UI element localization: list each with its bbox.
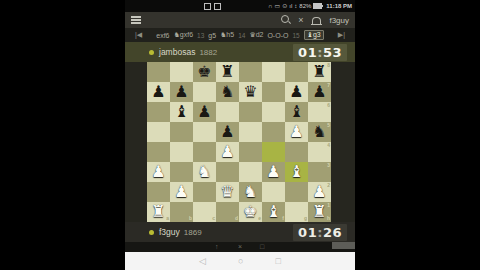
chess-board: ♚♜♜8♟♟♞♛♟♟7♝♟♝6♟♟♞5♟4♟♞♟♝3♟♛♞♟2♜abcd♚e♝f… [147, 62, 331, 222]
bottom-player-rating: 1869 [184, 228, 202, 237]
bottom-player-clock: 01:26 [293, 224, 347, 241]
square-h3[interactable]: 3 [308, 162, 331, 182]
online-dot [149, 50, 154, 55]
square-c3[interactable]: ♞ [193, 162, 216, 182]
bottom-action-strip: ↑ × □ [125, 242, 355, 252]
white-knight-e2: ♞ [239, 182, 262, 202]
file-coordinate: g [304, 216, 307, 221]
move-list: exf6♞gxf613g5♞h514♛d2O-O-O15♝g3 [142, 30, 338, 40]
square-c4[interactable] [193, 142, 216, 162]
square-b3[interactable] [170, 162, 193, 182]
square-h4[interactable]: 4 [308, 142, 331, 162]
android-status-bar: ∩ ▭ ⊙ ıl ↕ 82% 11:18 PM [125, 0, 355, 12]
black-bishop-g6: ♝ [285, 102, 308, 122]
data-arrows-icon: ↕ [294, 3, 297, 9]
square-f6[interactable] [262, 102, 285, 122]
square-h1[interactable]: ♜1h [308, 202, 331, 222]
move-number: 15 [292, 32, 299, 39]
square-h2[interactable]: ♟2 [308, 182, 331, 202]
rank-coordinate: 7 [327, 83, 330, 88]
white-knight-c3: ♞ [193, 162, 216, 182]
square-d8[interactable]: ♜ [216, 62, 239, 82]
black-rook-d8: ♜ [216, 62, 239, 82]
square-e3[interactable] [239, 162, 262, 182]
black-pawn-b7: ♟ [170, 82, 193, 102]
rank-coordinate: 3 [327, 163, 330, 168]
square-a1[interactable]: ♜a [147, 202, 170, 222]
bell-icon[interactable] [312, 15, 321, 25]
menu-icon[interactable] [131, 16, 141, 24]
rank-coordinate: 6 [327, 103, 330, 108]
close-icon[interactable]: × [298, 15, 303, 25]
battery-icon [313, 3, 322, 9]
android-nav-bar: ◁ ○ □ [125, 252, 355, 270]
square-f2[interactable] [262, 182, 285, 202]
bottom-player-name: f3guy [159, 227, 180, 237]
status-time: 11:18 PM [326, 3, 352, 9]
online-dot [149, 230, 154, 235]
black-pawn-d5: ♟ [216, 122, 239, 142]
square-b8[interactable] [170, 62, 193, 82]
square-d7[interactable]: ♞ [216, 82, 239, 102]
square-d5[interactable]: ♟ [216, 122, 239, 142]
square-a3[interactable]: ♟ [147, 162, 170, 182]
header-username[interactable]: f3guy [329, 16, 349, 25]
square-d4[interactable]: ♟ [216, 142, 239, 162]
square-f5[interactable] [262, 122, 285, 142]
black-knight-d7: ♞ [216, 82, 239, 102]
square-e5[interactable] [239, 122, 262, 142]
file-coordinate: f [282, 216, 284, 221]
square-g2[interactable] [285, 182, 308, 202]
top-player-rating: 1882 [199, 48, 217, 57]
file-coordinate: b [189, 216, 192, 221]
back-button[interactable]: ◁ [199, 256, 206, 266]
last-move-button[interactable]: ▶| [338, 31, 345, 39]
square-f7[interactable] [262, 82, 285, 102]
signal-icon: ıl [289, 3, 292, 9]
square-d1[interactable]: d [216, 202, 239, 222]
square-c8[interactable]: ♚ [193, 62, 216, 82]
square-c2[interactable] [193, 182, 216, 202]
battery-percent: 82% [299, 3, 311, 9]
square-a4[interactable] [147, 142, 170, 162]
square-c7[interactable] [193, 82, 216, 102]
square-c5[interactable] [193, 122, 216, 142]
square-e6[interactable] [239, 102, 262, 122]
black-pawn-c6: ♟ [193, 102, 216, 122]
move[interactable]: O-O-O [267, 32, 288, 39]
first-move-button[interactable]: |◀ [135, 31, 142, 39]
square-b2[interactable]: ♟ [170, 182, 193, 202]
white-pawn-g5: ♟ [285, 122, 308, 142]
rank-coordinate: 8 [327, 63, 330, 68]
file-coordinate: d [235, 216, 238, 221]
board-area: ♚♜♜8♟♟♞♛♟♟7♝♟♝6♟♟♞5♟4♟♞♟♝3♟♛♞♟2♜abcd♚e♝f… [125, 62, 355, 222]
square-e1[interactable]: ♚e [239, 202, 262, 222]
overlay-box [332, 242, 355, 249]
square-h7[interactable]: ♟7 [308, 82, 331, 102]
white-pawn-a3: ♟ [147, 162, 170, 182]
notification-icons [204, 3, 221, 10]
app-header: × f3guy [125, 12, 355, 28]
square-e7[interactable]: ♛ [239, 82, 262, 102]
square-b1[interactable]: b [170, 202, 193, 222]
bottom-player-bar[interactable]: f3guy 1869 01:26 [125, 222, 355, 242]
square-f3[interactable]: ♟ [262, 162, 285, 182]
square-d3[interactable] [216, 162, 239, 182]
notification-icon [214, 3, 221, 10]
white-pawn-f3: ♟ [262, 162, 285, 182]
black-pawn-a7: ♟ [147, 82, 170, 102]
square-b5[interactable] [170, 122, 193, 142]
square-b4[interactable] [170, 142, 193, 162]
square-e8[interactable] [239, 62, 262, 82]
chat-icon: ▭ [275, 3, 281, 9]
square-a7[interactable]: ♟ [147, 82, 170, 102]
top-player-clock: 01:53 [293, 44, 347, 61]
move[interactable]: ♝g3 [304, 30, 324, 40]
white-queen-d2: ♛ [216, 182, 239, 202]
file-coordinate: e [258, 216, 261, 221]
recents-button[interactable]: □ [275, 256, 280, 266]
square-a2[interactable] [147, 182, 170, 202]
black-king-c8: ♚ [193, 62, 216, 82]
move-number: 14 [238, 32, 245, 39]
square-b6[interactable]: ♝ [170, 102, 193, 122]
square-d6[interactable] [216, 102, 239, 122]
square-f1[interactable]: ♝f [262, 202, 285, 222]
square-h5[interactable]: ♞5 [308, 122, 331, 142]
rank-coordinate: 5 [327, 123, 330, 128]
top-player-name: jambosas [159, 47, 195, 57]
flag-icon[interactable]: □ [260, 243, 264, 251]
move[interactable]: exf6 [156, 32, 169, 39]
square-g8[interactable] [285, 62, 308, 82]
square-g3[interactable]: ♝ [285, 162, 308, 182]
white-pawn-b2: ♟ [170, 182, 193, 202]
black-queen-e7: ♛ [239, 82, 262, 102]
square-g1[interactable]: g [285, 202, 308, 222]
white-bishop-g3: ♝ [285, 162, 308, 182]
move[interactable]: ♞gxf6 [174, 31, 194, 39]
square-a5[interactable] [147, 122, 170, 142]
home-button[interactable]: ○ [238, 256, 243, 266]
square-c1[interactable]: c [193, 202, 216, 222]
square-e4[interactable] [239, 142, 262, 162]
move[interactable]: g5 [208, 32, 216, 39]
square-d2[interactable]: ♛ [216, 182, 239, 202]
close-icon[interactable]: × [238, 243, 242, 251]
move-list-bar: |◀ exf6♞gxf613g5♞h514♛d2O-O-O15♝g3 ▶| [125, 28, 355, 42]
file-coordinate: a [166, 216, 169, 221]
notification-icon [204, 3, 211, 10]
square-e2[interactable]: ♞ [239, 182, 262, 202]
headphones-icon: ∩ [268, 3, 272, 9]
move[interactable]: ♛d2 [249, 31, 263, 39]
black-bishop-b6: ♝ [170, 102, 193, 122]
search-icon[interactable] [281, 15, 289, 25]
move[interactable]: ♞h5 [220, 31, 234, 39]
square-f4[interactable] [262, 142, 285, 162]
move-number: 13 [197, 32, 204, 39]
rank-coordinate: 2 [327, 183, 330, 188]
white-pawn-d4: ♟ [216, 142, 239, 162]
phone-screen: ∩ ▭ ⊙ ıl ↕ 82% 11:18 PM × f3guy |◀ exf6♞… [125, 0, 355, 270]
square-f8[interactable] [262, 62, 285, 82]
rank-coordinate: 4 [327, 143, 330, 148]
square-h8[interactable]: ♜8 [308, 62, 331, 82]
square-g4[interactable] [285, 142, 308, 162]
rank-coordinate: 1 [327, 203, 330, 208]
square-b7[interactable]: ♟ [170, 82, 193, 102]
black-pawn-g7: ♟ [285, 82, 308, 102]
top-player-bar[interactable]: jambosas 1882 01:53 [125, 42, 355, 62]
file-coordinate: c [212, 216, 215, 221]
square-g6[interactable]: ♝ [285, 102, 308, 122]
alarm-icon: ⊙ [282, 3, 287, 9]
square-g7[interactable]: ♟ [285, 82, 308, 102]
share-icon[interactable]: ↑ [215, 243, 219, 251]
square-c6[interactable]: ♟ [193, 102, 216, 122]
file-coordinate: h [327, 216, 330, 221]
square-g5[interactable]: ♟ [285, 122, 308, 142]
square-a6[interactable] [147, 102, 170, 122]
square-h6[interactable]: 6 [308, 102, 331, 122]
square-a8[interactable] [147, 62, 170, 82]
